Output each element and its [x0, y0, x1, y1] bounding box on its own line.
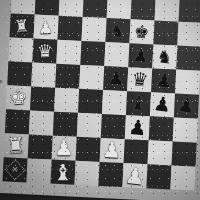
square-a5[interactable]: [7, 61, 32, 86]
square-b3[interactable]: [29, 110, 54, 135]
square-e6[interactable]: [104, 42, 129, 67]
square-a1[interactable]: [3, 157, 28, 182]
white-rook-a2: ♜: [6, 134, 27, 157]
white-pawn-c2: ♟: [55, 137, 74, 158]
square-f3[interactable]: ♟: [125, 115, 150, 140]
square-h3[interactable]: [173, 118, 198, 143]
black-queen-f5: ♛: [130, 70, 149, 90]
square-f6[interactable]: ♟: [128, 43, 153, 68]
black-pawn-f6: ♟: [132, 46, 150, 65]
square-e5[interactable]: ♟: [103, 66, 128, 91]
square-b6[interactable]: ♛: [32, 39, 57, 64]
square-g7[interactable]: [153, 20, 178, 45]
square-c6[interactable]: [56, 40, 81, 65]
square-d5[interactable]: [79, 65, 104, 90]
square-b8[interactable]: [35, 0, 60, 16]
photo-viewport: ⊕ CHESS ♜♟♞♚♛♟♞♟♛♟♚♝♟♟♟♜♟♟♝♟: [0, 0, 200, 200]
square-f4[interactable]: ♝: [126, 91, 151, 116]
square-g3[interactable]: [149, 116, 174, 141]
square-a6[interactable]: [8, 37, 33, 62]
white-pawn-f1: ♟: [124, 164, 146, 188]
square-h1[interactable]: [170, 165, 195, 190]
square-c8[interactable]: [59, 0, 84, 17]
square-h8[interactable]: [179, 0, 200, 23]
square-d4[interactable]: [78, 89, 103, 114]
black-knight-e7: ♞: [110, 22, 126, 40]
square-e1[interactable]: [98, 162, 123, 187]
square-d8[interactable]: [83, 0, 108, 18]
square-c1[interactable]: ♝: [50, 160, 75, 185]
square-a7[interactable]: ♜: [10, 13, 35, 38]
black-knight-g6: ♞: [156, 47, 174, 67]
black-bishop-f4: ♝: [129, 93, 148, 114]
square-g4[interactable]: ♟: [150, 92, 175, 117]
square-h4[interactable]: ♟: [174, 94, 199, 119]
black-king-f7: ♚: [134, 23, 151, 41]
square-f1[interactable]: ♟: [122, 163, 147, 188]
square-h7[interactable]: [177, 22, 200, 47]
black-pawn-g5: ♟: [154, 71, 173, 92]
chess-board: ⊕ CHESS ♜♟♞♚♛♟♞♟♛♟♚♝♟♟♟♜♟♟♝♟: [0, 0, 200, 200]
square-g6[interactable]: ♞: [152, 44, 177, 69]
square-f8[interactable]: [131, 0, 156, 20]
square-c5[interactable]: [55, 64, 80, 89]
square-a3[interactable]: [5, 109, 30, 134]
square-c2[interactable]: ♟: [52, 136, 77, 161]
black-pawn-h4: ♟: [176, 95, 197, 117]
black-pawn-f3: ♟: [127, 117, 147, 139]
square-f2[interactable]: [124, 139, 149, 164]
square-b7[interactable]: ♟: [34, 15, 59, 40]
square-f5[interactable]: ♛: [127, 67, 152, 92]
square-g5[interactable]: ♟: [151, 68, 176, 93]
white-king-a4: ♚: [9, 87, 28, 108]
square-h6[interactable]: [176, 46, 200, 71]
white-bishop-c1: ♝: [53, 161, 73, 183]
white-pawn-e2: ♟: [102, 139, 123, 162]
square-d6[interactable]: [80, 41, 105, 66]
square-b1[interactable]: [27, 158, 52, 183]
board-edge-brand: ⊕ CHESS: [0, 70, 7, 92]
square-b5[interactable]: [31, 63, 56, 88]
board-grid: ♜♟♞♚♛♟♞♟♛♟♚♝♟♟♟♜♟♟♝♟: [3, 0, 200, 191]
square-c3[interactable]: [53, 112, 78, 137]
white-rook-a7: ♜: [14, 17, 30, 35]
corner-ornament: [5, 159, 26, 180]
square-d7[interactable]: [81, 17, 106, 42]
square-e4[interactable]: [102, 90, 127, 115]
white-pawn-b7: ♟: [38, 18, 54, 35]
square-h2[interactable]: [172, 141, 197, 166]
square-c4[interactable]: [54, 88, 79, 113]
square-e8[interactable]: [107, 0, 132, 19]
square-g2[interactable]: [148, 140, 173, 165]
square-d2[interactable]: [76, 137, 101, 162]
square-c7[interactable]: [58, 16, 83, 41]
square-a8[interactable]: [11, 0, 36, 15]
square-a2[interactable]: ♜: [4, 133, 29, 158]
square-g1[interactable]: [146, 164, 171, 189]
square-b2[interactable]: [28, 134, 53, 159]
square-g8[interactable]: [155, 0, 180, 22]
square-h5[interactable]: [175, 70, 200, 95]
square-b4[interactable]: [30, 87, 55, 112]
square-f7[interactable]: ♚: [129, 19, 154, 44]
square-d3[interactable]: [77, 113, 102, 138]
square-d1[interactable]: [74, 161, 99, 186]
black-pawn-e5: ♟: [107, 69, 125, 89]
square-a4[interactable]: ♚: [6, 85, 31, 110]
square-e7[interactable]: ♞: [105, 18, 130, 43]
square-e2[interactable]: ♟: [100, 138, 125, 163]
square-e3[interactable]: [101, 114, 126, 139]
black-pawn-g4: ♟: [152, 94, 172, 116]
white-queen-b6: ♛: [37, 42, 54, 60]
